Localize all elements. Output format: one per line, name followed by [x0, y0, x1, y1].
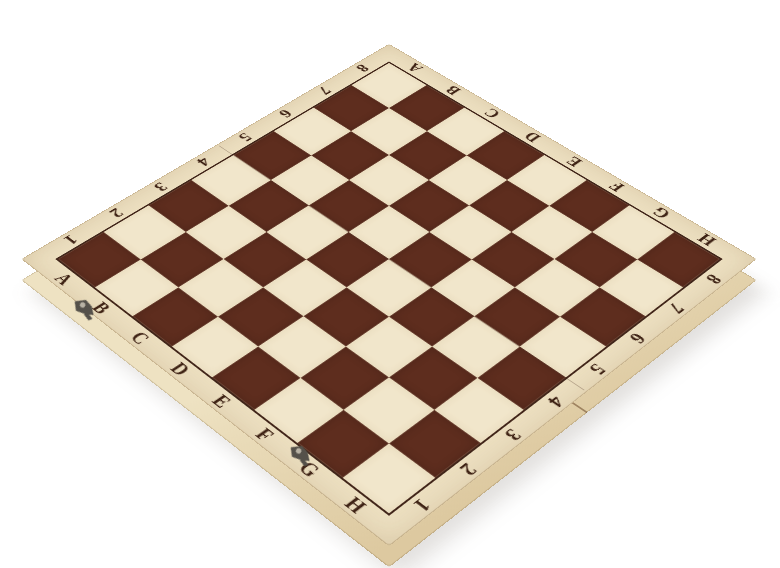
rank-label: 5 [586, 361, 609, 377]
rank-label: 8 [703, 272, 725, 287]
rank-label: 6 [626, 330, 649, 346]
playing-field [55, 61, 723, 515]
rank-label: 2 [457, 460, 481, 478]
rank-label: 1 [410, 496, 434, 515]
rank-label: 3 [501, 426, 525, 443]
chess-board: ABCDEFGH ABCDEFGH 87654321 87654321 [21, 44, 756, 546]
rank-label: 4 [545, 393, 568, 410]
rank-label: 7 [665, 300, 688, 315]
file-label: F [252, 425, 277, 444]
product-photo-scene: ABCDEFGH ABCDEFGH 87654321 87654321 [0, 0, 780, 568]
